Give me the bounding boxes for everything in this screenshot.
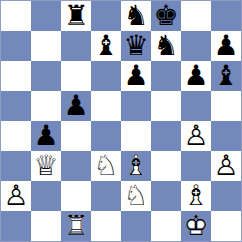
square-c7[interactable]: [61, 31, 91, 61]
square-h5[interactable]: [211, 91, 241, 121]
white-pawn-outline: ♙︎: [1, 181, 31, 211]
square-c5[interactable]: ♟︎: [61, 91, 91, 121]
square-e1[interactable]: [121, 211, 151, 241]
square-a7[interactable]: [1, 31, 31, 61]
square-d2[interactable]: [91, 181, 121, 211]
square-f2[interactable]: [151, 181, 181, 211]
square-d1[interactable]: [91, 211, 121, 241]
square-e2[interactable]: ♞︎♘︎: [121, 181, 151, 211]
square-f5[interactable]: [151, 91, 181, 121]
square-c4[interactable]: [61, 121, 91, 151]
square-g6[interactable]: ♟︎: [181, 61, 211, 91]
square-b6[interactable]: [31, 61, 61, 91]
black-bishop[interactable]: ♝︎: [211, 61, 241, 91]
square-g8[interactable]: [181, 1, 211, 31]
black-pawn[interactable]: ♟︎: [61, 91, 91, 121]
square-a2[interactable]: ♟︎♙︎: [1, 181, 31, 211]
square-b2[interactable]: [31, 181, 61, 211]
square-b7[interactable]: [31, 31, 61, 61]
white-knight-outline: ♘︎: [121, 181, 151, 211]
square-h7[interactable]: ♟︎: [211, 31, 241, 61]
white-pawn[interactable]: ♟︎♙︎: [181, 121, 211, 151]
white-queen-outline: ♕︎: [31, 151, 61, 181]
square-e3[interactable]: ♝︎♗︎: [121, 151, 151, 181]
white-rook[interactable]: ♜︎♖︎: [61, 211, 91, 241]
square-e6[interactable]: ♟︎: [121, 61, 151, 91]
square-f6[interactable]: [151, 61, 181, 91]
white-queen[interactable]: ♛︎♕︎: [31, 151, 61, 181]
square-g7[interactable]: [181, 31, 211, 61]
black-pawn[interactable]: ♟︎: [181, 61, 211, 91]
square-d6[interactable]: [91, 61, 121, 91]
white-knight[interactable]: ♞︎♘︎: [91, 151, 121, 181]
square-c3[interactable]: [61, 151, 91, 181]
square-d7[interactable]: ♝︎: [91, 31, 121, 61]
square-a4[interactable]: [1, 121, 31, 151]
square-a8[interactable]: [1, 1, 31, 31]
square-b1[interactable]: [31, 211, 61, 241]
white-pawn-outline: ♙︎: [211, 151, 241, 181]
square-b3[interactable]: ♛︎♕︎: [31, 151, 61, 181]
white-knight-outline: ♘︎: [91, 151, 121, 181]
black-knight[interactable]: ♞︎: [121, 1, 151, 31]
square-f8[interactable]: ♚︎: [151, 1, 181, 31]
square-b4[interactable]: ♟︎: [31, 121, 61, 151]
white-pawn[interactable]: ♟︎♙︎: [211, 151, 241, 181]
square-h6[interactable]: ♝︎: [211, 61, 241, 91]
square-g5[interactable]: [181, 91, 211, 121]
black-king[interactable]: ♚︎: [151, 1, 181, 31]
square-f7[interactable]: ♞︎: [151, 31, 181, 61]
black-rook[interactable]: ♜︎: [61, 1, 91, 31]
square-h1[interactable]: [211, 211, 241, 241]
square-g2[interactable]: ♝︎♗︎: [181, 181, 211, 211]
white-pawn-outline: ♙︎: [181, 121, 211, 151]
square-e7[interactable]: ♛︎: [121, 31, 151, 61]
square-c1[interactable]: ♜︎♖︎: [61, 211, 91, 241]
square-a1[interactable]: [1, 211, 31, 241]
square-h2[interactable]: [211, 181, 241, 211]
square-e4[interactable]: [121, 121, 151, 151]
square-b5[interactable]: [31, 91, 61, 121]
white-bishop-outline: ♗︎: [181, 181, 211, 211]
square-d8[interactable]: [91, 1, 121, 31]
square-d3[interactable]: ♞︎♘︎: [91, 151, 121, 181]
square-c6[interactable]: [61, 61, 91, 91]
square-f1[interactable]: [151, 211, 181, 241]
black-pawn[interactable]: ♟︎: [121, 61, 151, 91]
square-h4[interactable]: [211, 121, 241, 151]
square-c8[interactable]: ♜︎: [61, 1, 91, 31]
black-bishop[interactable]: ♝︎: [91, 31, 121, 61]
white-bishop[interactable]: ♝︎♗︎: [121, 151, 151, 181]
square-f3[interactable]: [151, 151, 181, 181]
square-h3[interactable]: ♟︎♙︎: [211, 151, 241, 181]
white-bishop[interactable]: ♝︎♗︎: [181, 181, 211, 211]
white-bishop-outline: ♗︎: [121, 151, 151, 181]
square-g4[interactable]: ♟︎♙︎: [181, 121, 211, 151]
square-e8[interactable]: ♞︎: [121, 1, 151, 31]
square-c2[interactable]: [61, 181, 91, 211]
square-g1[interactable]: ♚︎♔︎: [181, 211, 211, 241]
black-knight[interactable]: ♞︎: [151, 31, 181, 61]
white-king[interactable]: ♚︎♔︎: [181, 211, 211, 241]
white-rook-outline: ♖︎: [61, 211, 91, 241]
square-d4[interactable]: [91, 121, 121, 151]
square-e5[interactable]: [121, 91, 151, 121]
square-a3[interactable]: [1, 151, 31, 181]
square-h8[interactable]: [211, 1, 241, 31]
square-b8[interactable]: [31, 1, 61, 31]
chess-board: ♜︎♞︎♚︎♝︎♛︎♞︎♟︎♟︎♟︎♝︎♟︎♟︎♟︎♙︎♛︎♕︎♞︎♘︎♝︎♗︎…: [0, 0, 242, 242]
black-queen[interactable]: ♛︎: [121, 31, 151, 61]
square-d5[interactable]: [91, 91, 121, 121]
white-knight[interactable]: ♞︎♘︎: [121, 181, 151, 211]
black-pawn[interactable]: ♟︎: [31, 121, 61, 151]
square-a5[interactable]: [1, 91, 31, 121]
square-f4[interactable]: [151, 121, 181, 151]
white-king-outline: ♔︎: [181, 211, 211, 241]
square-a6[interactable]: [1, 61, 31, 91]
white-pawn[interactable]: ♟︎♙︎: [1, 181, 31, 211]
black-pawn[interactable]: ♟︎: [211, 31, 241, 61]
square-g3[interactable]: [181, 151, 211, 181]
